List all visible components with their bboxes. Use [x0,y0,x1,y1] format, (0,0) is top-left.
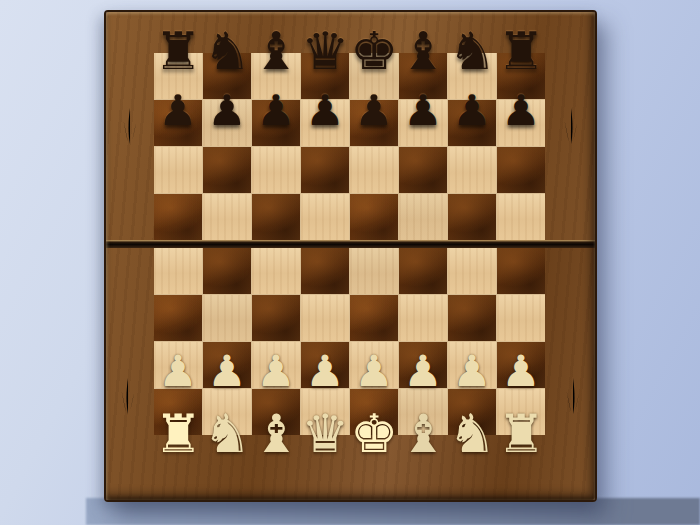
square-b6[interactable] [203,147,251,193]
square-f7[interactable]: ♟ [399,100,447,146]
square-b5[interactable] [203,194,251,240]
white-knight[interactable]: ♞ [448,411,496,456]
square-c3[interactable] [252,295,300,341]
square-d4[interactable] [301,248,349,294]
carving-bud-left-bottom [116,374,140,418]
black-rook[interactable]: ♜ [154,30,202,74]
square-b4[interactable] [203,248,251,294]
square-g3[interactable] [448,295,496,341]
square-c6[interactable] [252,147,300,193]
board-bottom-half: ♟♟♟♟♟♟♟♟♜♞♝♛♚♝♞♜ [106,248,595,500]
black-pawn[interactable]: ♟ [350,89,398,133]
chess-board: ♜♞♝♛♚♝♞♜♟♟♟♟♟♟♟♟ ♟♟♟♟♟♟♟♟♜♞♝♛♚♝♞♜ [104,10,597,502]
square-b3[interactable] [203,295,251,341]
black-knight[interactable]: ♞ [448,30,496,74]
white-king[interactable]: ♚ [350,411,398,456]
black-pawn[interactable]: ♟ [252,89,300,133]
carving-bud-right-bottom [561,374,585,418]
black-pawn[interactable]: ♟ [154,89,202,133]
square-f4[interactable] [399,248,447,294]
square-f3[interactable] [399,295,447,341]
white-pawn[interactable]: ♟ [448,348,496,393]
square-d5[interactable] [301,194,349,240]
white-pawn[interactable]: ♟ [252,348,300,393]
black-queen[interactable]: ♛ [301,30,349,74]
square-h1[interactable]: ♜ [497,389,545,435]
black-pawn[interactable]: ♟ [497,89,545,133]
table-shadow [86,498,700,525]
square-e7[interactable]: ♟ [350,100,398,146]
playing-grid-bottom: ♟♟♟♟♟♟♟♟♜♞♝♛♚♝♞♜ [154,248,545,435]
square-c1[interactable]: ♝ [252,389,300,435]
square-d7[interactable]: ♟ [301,100,349,146]
white-pawn[interactable]: ♟ [301,348,349,393]
square-f1[interactable]: ♝ [399,389,447,435]
square-g5[interactable] [448,194,496,240]
black-pawn[interactable]: ♟ [301,89,349,133]
black-bishop[interactable]: ♝ [252,30,300,74]
square-h6[interactable] [497,147,545,193]
white-rook[interactable]: ♜ [154,411,202,456]
square-e1[interactable]: ♚ [350,389,398,435]
black-king[interactable]: ♚ [350,30,398,74]
square-b1[interactable]: ♞ [203,389,251,435]
black-knight[interactable]: ♞ [203,30,251,74]
square-h2[interactable]: ♟ [497,342,545,388]
board-top-half: ♜♞♝♛♚♝♞♜♟♟♟♟♟♟♟♟ [106,12,595,240]
square-a4[interactable] [154,248,202,294]
square-a2[interactable]: ♟ [154,342,202,388]
board-hinge [106,240,595,248]
square-g7[interactable]: ♟ [448,100,496,146]
square-a5[interactable] [154,194,202,240]
square-c2[interactable]: ♟ [252,342,300,388]
square-f5[interactable] [399,194,447,240]
square-h4[interactable] [497,248,545,294]
white-pawn[interactable]: ♟ [497,348,545,393]
white-pawn[interactable]: ♟ [203,348,251,393]
white-queen[interactable]: ♛ [301,411,349,456]
square-a1[interactable]: ♜ [154,389,202,435]
square-a3[interactable] [154,295,202,341]
square-g1[interactable]: ♞ [448,389,496,435]
white-pawn[interactable]: ♟ [350,348,398,393]
black-pawn[interactable]: ♟ [203,89,251,133]
square-d3[interactable] [301,295,349,341]
square-a6[interactable] [154,147,202,193]
white-bishop[interactable]: ♝ [252,411,300,456]
white-knight[interactable]: ♞ [203,411,251,456]
white-rook[interactable]: ♜ [497,411,545,456]
carving-bud-left-top [118,104,142,148]
square-g4[interactable] [448,248,496,294]
square-d1[interactable]: ♛ [301,389,349,435]
square-g6[interactable] [448,147,496,193]
black-rook[interactable]: ♜ [497,30,545,74]
square-e6[interactable] [350,147,398,193]
playing-grid-top: ♜♞♝♛♚♝♞♜♟♟♟♟♟♟♟♟ [154,53,545,240]
white-pawn[interactable]: ♟ [154,348,202,393]
square-c7[interactable]: ♟ [252,100,300,146]
square-e4[interactable] [350,248,398,294]
square-d6[interactable] [301,147,349,193]
square-d2[interactable]: ♟ [301,342,349,388]
black-pawn[interactable]: ♟ [448,89,496,133]
square-e2[interactable]: ♟ [350,342,398,388]
square-c5[interactable] [252,194,300,240]
square-a7[interactable]: ♟ [154,100,202,146]
square-e3[interactable] [350,295,398,341]
square-g2[interactable]: ♟ [448,342,496,388]
black-bishop[interactable]: ♝ [399,30,447,74]
square-f6[interactable] [399,147,447,193]
square-h3[interactable] [497,295,545,341]
square-e5[interactable] [350,194,398,240]
square-h5[interactable] [497,194,545,240]
white-bishop[interactable]: ♝ [399,411,447,456]
square-b2[interactable]: ♟ [203,342,251,388]
white-pawn[interactable]: ♟ [399,348,447,393]
square-c4[interactable] [252,248,300,294]
square-f2[interactable]: ♟ [399,342,447,388]
photo-background: ♜♞♝♛♚♝♞♜♟♟♟♟♟♟♟♟ ♟♟♟♟♟♟♟♟♜♞♝♛♚♝♞♜ [0,0,700,525]
square-h7[interactable]: ♟ [497,100,545,146]
black-pawn[interactable]: ♟ [399,89,447,133]
carving-bud-right-top [559,104,583,148]
square-b7[interactable]: ♟ [203,100,251,146]
